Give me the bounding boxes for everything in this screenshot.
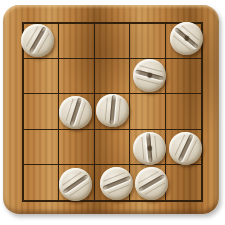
cell-r1c4[interactable]: [166, 59, 201, 94]
slot-groove: [28, 27, 46, 54]
center-dot: [147, 146, 152, 151]
cell-r2c0[interactable]: [24, 94, 59, 129]
cell-r3c0[interactable]: [24, 130, 59, 165]
cell-r3c1[interactable]: [59, 130, 94, 165]
center-dot: [185, 36, 190, 41]
scene: [0, 0, 225, 225]
slot-groove: [109, 95, 115, 124]
piece-r4c3[interactable]: [135, 167, 168, 200]
center-dot: [147, 73, 152, 78]
cell-r1c1[interactable]: [59, 59, 94, 94]
slot-groove: [69, 98, 81, 127]
piece-r3c3[interactable]: [133, 132, 166, 165]
slot-groove: [62, 174, 88, 194]
piece-r4c2[interactable]: [100, 167, 133, 200]
cell-r2c3[interactable]: [130, 94, 165, 129]
cell-r1c0[interactable]: [24, 59, 59, 94]
slot-groove: [138, 174, 165, 192]
cell-r2c4[interactable]: [166, 94, 201, 129]
cell-r4c0[interactable]: [24, 165, 59, 200]
slot-groove: [178, 134, 193, 162]
piece-r1c3[interactable]: [133, 59, 166, 92]
cell-r0c3[interactable]: [130, 24, 165, 59]
piece-r0c4[interactable]: [170, 22, 203, 55]
cell-r1c2[interactable]: [95, 59, 130, 94]
piece-r2c1[interactable]: [59, 96, 92, 129]
cell-r0c2[interactable]: [95, 24, 130, 59]
piece-r2c2[interactable]: [96, 94, 129, 127]
slot-groove: [102, 176, 130, 190]
cell-r3c2[interactable]: [95, 130, 130, 165]
piece-r3c4[interactable]: [169, 132, 202, 165]
piece-r0c0[interactable]: [21, 24, 54, 57]
cell-r4c4[interactable]: [166, 165, 201, 200]
piece-r4c1[interactable]: [59, 168, 92, 201]
cell-r0c1[interactable]: [59, 24, 94, 59]
